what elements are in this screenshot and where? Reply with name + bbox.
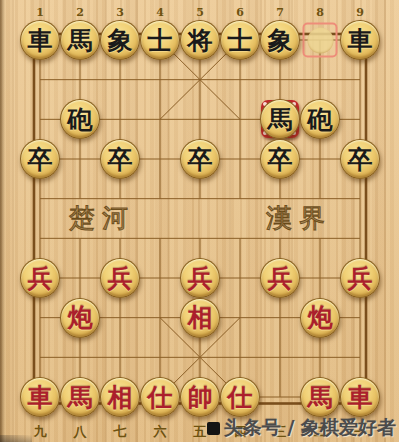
piece-black-soldier[interactable]: 卒 [100,139,140,179]
piece-glyph: 相 [108,385,133,410]
piece-glyph: 馬 [68,385,93,410]
piece-black-soldier[interactable]: 卒 [20,139,60,179]
piece-red-chariot[interactable]: 車 [340,377,380,417]
watermark-text: 头条号 / 象棋爱好者 [224,415,396,441]
piece-glyph: 砲 [308,107,333,132]
piece-glyph: 車 [28,385,53,410]
file-label-bottom-5: 五 [194,423,207,441]
file-label-top-3: 3 [116,6,124,19]
river-label-hanjie: 漢界 [266,201,332,236]
piece-black-horse[interactable]: 馬 [260,99,300,139]
piece-glyph: 卒 [28,147,53,172]
piece-black-soldier[interactable]: 卒 [180,139,220,179]
piece-glyph: 卒 [268,147,293,172]
piece-glyph: 砲 [68,107,93,132]
piece-glyph: 象 [108,28,133,53]
piece-black-soldier[interactable]: 卒 [340,139,380,179]
last-move-origin-marker [303,23,338,58]
piece-black-cannon[interactable]: 砲 [300,99,340,139]
piece-glyph: 兵 [188,266,213,291]
file-label-bottom-1: 九 [34,423,47,441]
watermark: 头条号 / 象棋爱好者 [207,415,396,441]
piece-glyph: 卒 [108,147,133,172]
piece-glyph: 卒 [348,147,373,172]
ghost-piece [307,27,333,53]
file-label-top-6: 6 [236,6,244,19]
piece-glyph: 将 [188,28,213,53]
piece-red-horse[interactable]: 馬 [300,377,340,417]
board-grid[interactable] [0,0,399,442]
bottom-left-shadow [0,435,32,442]
piece-red-soldier[interactable]: 兵 [20,258,60,298]
piece-glyph: 仕 [228,385,253,410]
piece-glyph: 馬 [268,107,293,132]
piece-glyph: 士 [148,28,173,53]
piece-black-advisor[interactable]: 士 [140,20,180,60]
file-label-top-4: 4 [156,6,164,19]
piece-red-soldier[interactable]: 兵 [180,258,220,298]
toutiao-logo-icon [207,422,220,435]
piece-glyph: 車 [348,28,373,53]
piece-glyph: 象 [268,28,293,53]
piece-black-chariot[interactable]: 車 [20,20,60,60]
file-label-top-2: 2 [76,6,84,19]
piece-glyph: 車 [28,28,53,53]
file-label-top-1: 1 [36,6,44,19]
piece-red-elephant[interactable]: 相 [180,298,220,338]
piece-glyph: 炮 [68,305,93,330]
file-label-top-5: 5 [196,6,204,19]
piece-glyph: 馬 [308,385,333,410]
piece-glyph: 兵 [28,266,53,291]
piece-red-horse[interactable]: 馬 [60,377,100,417]
piece-glyph: 卒 [188,147,213,172]
piece-glyph: 兵 [108,266,133,291]
piece-red-cannon[interactable]: 炮 [300,298,340,338]
file-label-top-7: 7 [276,6,284,19]
piece-glyph: 仕 [148,385,173,410]
piece-glyph: 相 [188,305,213,330]
file-label-top-8: 8 [316,6,324,19]
piece-glyph: 兵 [348,266,373,291]
piece-red-elephant[interactable]: 相 [100,377,140,417]
piece-glyph: 炮 [308,305,333,330]
piece-black-soldier[interactable]: 卒 [260,139,300,179]
file-label-top-9: 9 [356,6,364,19]
piece-red-chariot[interactable]: 車 [20,377,60,417]
piece-glyph: 馬 [68,28,93,53]
piece-red-advisor[interactable]: 仕 [140,377,180,417]
piece-black-elephant[interactable]: 象 [260,20,300,60]
piece-black-chariot[interactable]: 車 [340,20,380,60]
file-label-bottom-2: 八 [74,423,87,441]
file-label-bottom-3: 七 [114,423,127,441]
piece-red-soldier[interactable]: 兵 [340,258,380,298]
piece-black-elephant[interactable]: 象 [100,20,140,60]
piece-red-advisor[interactable]: 仕 [220,377,260,417]
piece-glyph: 車 [348,385,373,410]
piece-red-soldier[interactable]: 兵 [100,258,140,298]
piece-black-general[interactable]: 将 [180,20,220,60]
river-label-chuhe: 楚河 [69,201,135,236]
piece-black-advisor[interactable]: 士 [220,20,260,60]
piece-red-cannon[interactable]: 炮 [60,298,100,338]
file-label-bottom-4: 六 [154,423,167,441]
piece-glyph: 士 [228,28,253,53]
piece-black-horse[interactable]: 馬 [60,20,100,60]
piece-glyph: 帥 [188,385,213,410]
piece-black-cannon[interactable]: 砲 [60,99,100,139]
board-left-edge [0,0,5,442]
xiangqi-board: 123456789 九八七六五四三二一 楚河 漢界 車馬象士将士象車砲馬砲卒卒卒… [0,0,399,442]
piece-red-soldier[interactable]: 兵 [260,258,300,298]
piece-glyph: 兵 [268,266,293,291]
piece-red-general[interactable]: 帥 [180,377,220,417]
